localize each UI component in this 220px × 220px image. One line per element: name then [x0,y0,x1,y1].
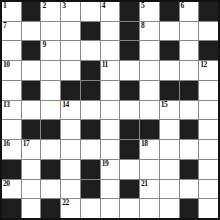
white-cell[interactable] [160,61,179,80]
crossword-board: 12345678910111213141516171819202122 [0,0,220,220]
white-cell[interactable] [180,61,199,80]
black-cell [199,41,218,60]
white-cell[interactable] [199,81,218,100]
white-cell[interactable] [22,160,41,179]
white-cell[interactable] [22,61,41,80]
black-cell [120,140,139,159]
white-cell[interactable] [140,199,159,218]
black-cell [81,61,100,80]
white-cell[interactable] [101,22,120,41]
white-cell[interactable] [101,180,120,199]
white-cell[interactable]: 17 [22,140,41,159]
white-cell[interactable] [199,120,218,139]
white-cell[interactable] [101,140,120,159]
white-cell[interactable]: 20 [2,180,21,199]
white-cell[interactable] [140,101,159,120]
black-cell [81,180,100,199]
white-cell[interactable] [199,101,218,120]
clue-number: 1 [3,2,6,10]
white-cell[interactable] [61,41,80,60]
white-cell[interactable] [180,180,199,199]
black-cell [199,2,218,21]
white-cell[interactable]: 3 [61,2,80,21]
black-cell [180,81,199,100]
clue-number: 2 [42,2,45,10]
black-cell [160,41,179,60]
white-cell[interactable]: 9 [41,41,60,60]
black-cell [180,199,199,218]
white-cell[interactable] [41,81,60,100]
white-cell[interactable] [101,120,120,139]
clue-number: 9 [42,41,45,49]
white-cell[interactable] [199,140,218,159]
white-cell[interactable]: 5 [140,2,159,21]
white-cell[interactable]: 1 [2,2,21,21]
white-cell[interactable] [41,61,60,80]
white-cell[interactable] [160,160,179,179]
white-cell[interactable] [61,180,80,199]
white-cell[interactable] [61,61,80,80]
white-cell[interactable] [2,120,21,139]
clue-number: 8 [141,22,144,30]
white-cell[interactable] [61,140,80,159]
white-cell[interactable] [140,160,159,179]
clue-number: 7 [3,22,6,30]
black-cell [41,199,60,218]
white-cell[interactable] [101,81,120,100]
white-cell[interactable]: 11 [101,61,120,80]
black-cell [180,160,199,179]
white-cell[interactable] [140,81,159,100]
white-cell[interactable]: 2 [41,2,60,21]
black-cell [2,160,21,179]
clue-number: 21 [141,180,148,188]
white-cell[interactable] [22,180,41,199]
black-cell [2,199,21,218]
white-cell[interactable]: 12 [199,61,218,80]
clue-number: 22 [62,199,69,207]
white-cell[interactable]: 18 [140,140,159,159]
clue-number: 13 [3,101,10,109]
clue-number: 6 [181,2,184,10]
white-cell[interactable] [120,61,139,80]
white-cell[interactable]: 7 [2,22,21,41]
black-cell [41,160,60,179]
white-cell[interactable]: 8 [140,22,159,41]
clue-number: 15 [161,101,168,109]
white-cell[interactable] [41,22,60,41]
white-cell[interactable]: 16 [2,140,21,159]
white-cell[interactable] [22,101,41,120]
white-cell[interactable]: 22 [61,199,80,218]
white-cell[interactable]: 6 [180,2,199,21]
black-cell [120,22,139,41]
white-cell[interactable] [199,22,218,41]
black-cell [120,120,139,139]
clue-number: 14 [62,101,69,109]
white-cell[interactable] [81,41,100,60]
clue-number: 5 [141,2,144,10]
white-cell[interactable] [81,2,100,21]
white-cell[interactable] [41,180,60,199]
white-cell[interactable] [41,101,60,120]
clue-number: 3 [62,2,65,10]
white-cell[interactable] [199,180,218,199]
black-cell [81,160,100,179]
white-cell[interactable] [180,22,199,41]
white-cell[interactable] [22,199,41,218]
white-cell[interactable] [180,140,199,159]
black-cell [140,120,159,139]
white-cell[interactable]: 14 [61,101,80,120]
white-cell[interactable] [61,120,80,139]
white-cell[interactable]: 4 [101,2,120,21]
white-cell[interactable] [81,140,100,159]
black-cell [22,41,41,60]
white-cell[interactable]: 15 [160,101,179,120]
white-cell[interactable] [180,41,199,60]
white-cell[interactable] [199,199,218,218]
white-cell[interactable] [2,81,21,100]
white-cell[interactable] [61,160,80,179]
black-cell [120,41,139,60]
white-cell[interactable] [2,41,21,60]
clue-number: 19 [102,160,109,168]
white-cell[interactable] [160,22,179,41]
white-cell[interactable] [22,22,41,41]
white-cell[interactable] [120,101,139,120]
white-cell[interactable] [160,120,179,139]
white-cell[interactable] [120,199,139,218]
black-cell [120,180,139,199]
clue-number: 11 [102,61,108,69]
white-cell[interactable] [199,160,218,179]
black-cell [120,81,139,100]
white-cell[interactable] [160,199,179,218]
white-cell[interactable]: 19 [101,160,120,179]
white-cell[interactable] [160,180,179,199]
black-cell [160,81,179,100]
clue-number: 16 [3,140,10,148]
black-cell [160,2,179,21]
clue-number: 20 [3,180,10,188]
white-cell[interactable] [180,101,199,120]
clue-number: 18 [141,140,148,148]
white-cell[interactable] [101,41,120,60]
black-cell [61,81,80,100]
black-cell [81,22,100,41]
white-cell[interactable] [140,41,159,60]
black-cell [81,120,100,139]
black-cell [22,81,41,100]
black-cell [180,120,199,139]
white-cell[interactable] [120,160,139,179]
white-cell[interactable] [41,140,60,159]
white-cell[interactable] [81,199,100,218]
white-cell[interactable] [101,199,120,218]
black-cell [22,2,41,21]
white-cell[interactable]: 13 [2,101,21,120]
white-cell[interactable] [61,22,80,41]
clue-number: 17 [23,140,30,148]
clue-number: 4 [102,2,105,10]
black-cell [22,120,41,139]
black-cell [81,81,100,100]
black-cell [41,120,60,139]
white-cell[interactable]: 21 [140,180,159,199]
white-cell[interactable] [81,101,100,120]
clue-number: 12 [200,61,207,69]
white-cell[interactable] [140,61,159,80]
white-cell[interactable]: 10 [2,61,21,80]
white-cell[interactable] [101,101,120,120]
black-cell [120,2,139,21]
white-cell[interactable] [160,140,179,159]
clue-number: 10 [3,61,10,69]
